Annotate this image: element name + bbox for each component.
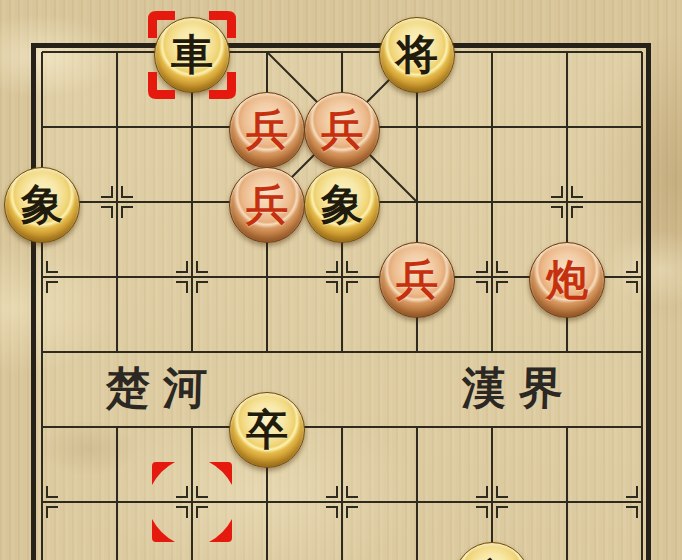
piece-red-soldier[interactable]: 兵 [229,92,305,168]
piece-glyph: 車 [171,34,213,76]
piece-glyph: 卒 [246,409,288,451]
piece-black-elephant[interactable]: 象 [304,167,380,243]
piece-red-cannon[interactable]: 炮 [529,242,605,318]
piece-red-soldier[interactable]: 兵 [304,92,380,168]
piece-black-chariot[interactable]: 車 [154,17,230,93]
piece-glyph: 兵 [246,109,288,151]
xiangqi-board[interactable]: 楚河 漢界 車将兵兵兵象象兵炮卒卒 [0,0,682,560]
piece-glyph: 象 [21,184,63,226]
piece-glyph: 象 [321,184,363,226]
piece-glyph: 炮 [546,259,588,301]
piece-glyph: 兵 [246,184,288,226]
piece-black-elephant[interactable]: 象 [4,167,80,243]
piece-glyph: 将 [396,34,438,76]
piece-glyph: 兵 [396,259,438,301]
river-label-left: 楚河 [105,366,220,410]
river-label-right: 漢界 [461,366,576,410]
piece-red-soldier[interactable]: 兵 [379,242,455,318]
piece-black-general[interactable]: 将 [379,17,455,93]
piece-black-soldier[interactable]: 卒 [229,392,305,468]
piece-red-soldier[interactable]: 兵 [229,167,305,243]
piece-glyph: 兵 [321,109,363,151]
